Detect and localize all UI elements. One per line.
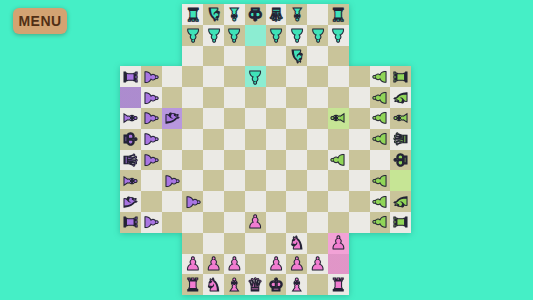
square-a10[interactable] xyxy=(120,87,141,108)
teal-pawn-piece: ♟ xyxy=(330,26,346,44)
pink-rook-piece: ♜ xyxy=(185,276,201,294)
square-l8[interactable] xyxy=(349,129,370,150)
square-j12[interactable] xyxy=(307,46,328,67)
square-d2[interactable]: ♟ xyxy=(182,254,203,275)
purple-knight-piece: ♞ xyxy=(163,110,181,126)
green-queen-piece: ♛ xyxy=(392,131,410,147)
pink-bishop-piece: ♝ xyxy=(226,276,242,294)
square-i2[interactable]: ♟ xyxy=(286,254,307,275)
square-h10[interactable] xyxy=(266,87,287,108)
square-j6[interactable] xyxy=(307,170,328,191)
square-l5[interactable] xyxy=(349,191,370,212)
square-c10[interactable] xyxy=(162,87,183,108)
board-void xyxy=(349,4,370,25)
square-m10[interactable]: ♟ xyxy=(370,87,391,108)
square-d1[interactable]: ♜ xyxy=(182,274,203,295)
board-void xyxy=(141,25,162,46)
square-e10[interactable] xyxy=(203,87,224,108)
square-k11[interactable] xyxy=(328,66,349,87)
square-h9[interactable] xyxy=(266,108,287,129)
square-l11[interactable] xyxy=(349,66,370,87)
square-n10[interactable]: ♞ xyxy=(390,87,411,108)
square-g6[interactable] xyxy=(245,170,266,191)
square-k5[interactable] xyxy=(328,191,349,212)
board-void xyxy=(390,233,411,254)
green-pawn-piece: ♟ xyxy=(371,131,389,147)
square-g7[interactable] xyxy=(245,150,266,171)
board-void xyxy=(349,274,370,295)
square-k2[interactable] xyxy=(328,254,349,275)
purple-queen-piece: ♛ xyxy=(121,152,139,168)
square-n11[interactable]: ♜ xyxy=(390,66,411,87)
board-void xyxy=(162,25,183,46)
green-rook-piece: ♜ xyxy=(392,214,410,230)
pink-pawn-piece: ♟ xyxy=(289,255,305,273)
square-l4[interactable] xyxy=(349,212,370,233)
green-pawn-piece: ♟ xyxy=(371,90,389,106)
purple-bishop-piece: ♝ xyxy=(121,173,139,189)
teal-bishop-piece: ♝ xyxy=(226,5,242,23)
teal-pawn-piece: ♟ xyxy=(185,26,201,44)
board-void xyxy=(370,254,391,275)
square-b6[interactable] xyxy=(141,170,162,191)
square-i5[interactable] xyxy=(286,191,307,212)
square-i8[interactable] xyxy=(286,129,307,150)
square-l9[interactable] xyxy=(349,108,370,129)
teal-king-piece: ♚ xyxy=(247,5,263,23)
square-a9[interactable]: ♝ xyxy=(120,108,141,129)
square-n4[interactable]: ♜ xyxy=(390,212,411,233)
square-f12[interactable] xyxy=(224,46,245,67)
board-void xyxy=(370,233,391,254)
square-k3[interactable]: ♟ xyxy=(328,233,349,254)
square-d4[interactable] xyxy=(182,212,203,233)
board-void xyxy=(120,274,141,295)
board-void xyxy=(141,254,162,275)
square-n7[interactable]: ♚ xyxy=(390,150,411,171)
board-void xyxy=(370,4,391,25)
square-g8[interactable] xyxy=(245,129,266,150)
square-h4[interactable] xyxy=(266,212,287,233)
square-d3[interactable] xyxy=(182,233,203,254)
square-l6[interactable] xyxy=(349,170,370,191)
square-k9[interactable]: ♝ xyxy=(328,108,349,129)
board-void xyxy=(141,46,162,67)
purple-bishop-piece: ♝ xyxy=(121,110,139,126)
teal-pawn-piece: ♟ xyxy=(268,26,284,44)
board-void xyxy=(120,254,141,275)
square-g9[interactable] xyxy=(245,108,266,129)
purple-knight-piece: ♞ xyxy=(121,193,139,209)
green-rook-piece: ♜ xyxy=(392,69,410,85)
square-i13[interactable]: ♟ xyxy=(286,25,307,46)
board-void xyxy=(162,233,183,254)
square-k12[interactable] xyxy=(328,46,349,67)
teal-pawn-piece: ♟ xyxy=(206,26,222,44)
board-void xyxy=(370,25,391,46)
square-c8[interactable] xyxy=(162,129,183,150)
square-f9[interactable] xyxy=(224,108,245,129)
board-void xyxy=(162,46,183,67)
square-g10[interactable] xyxy=(245,87,266,108)
square-f13[interactable]: ♟ xyxy=(224,25,245,46)
square-a5[interactable]: ♞ xyxy=(120,191,141,212)
square-c6[interactable]: ♟ xyxy=(162,170,183,191)
purple-pawn-piece: ♟ xyxy=(142,152,160,168)
square-k7[interactable]: ♟ xyxy=(328,150,349,171)
board-void xyxy=(390,4,411,25)
square-e5[interactable] xyxy=(203,191,224,212)
square-d12[interactable] xyxy=(182,46,203,67)
square-h14[interactable]: ♛ xyxy=(266,4,287,25)
square-f3[interactable] xyxy=(224,233,245,254)
teal-bishop-piece: ♝ xyxy=(289,5,305,23)
square-e6[interactable] xyxy=(203,170,224,191)
square-h13[interactable]: ♟ xyxy=(266,25,287,46)
pink-king-piece: ♚ xyxy=(268,276,284,294)
board-void xyxy=(120,25,141,46)
square-d6[interactable] xyxy=(182,170,203,191)
square-n5[interactable]: ♞ xyxy=(390,191,411,212)
board-void xyxy=(162,4,183,25)
square-f14[interactable]: ♝ xyxy=(224,4,245,25)
teal-pawn-piece: ♟ xyxy=(247,68,263,86)
pink-pawn-piece: ♟ xyxy=(310,255,326,273)
teal-pawn-piece: ♟ xyxy=(289,26,305,44)
purple-king-piece: ♚ xyxy=(121,131,139,147)
square-b8[interactable]: ♟ xyxy=(141,129,162,150)
square-h8[interactable] xyxy=(266,129,287,150)
square-h2[interactable]: ♟ xyxy=(266,254,287,275)
square-h7[interactable] xyxy=(266,150,287,171)
square-n8[interactable]: ♛ xyxy=(390,129,411,150)
square-j2[interactable]: ♟ xyxy=(307,254,328,275)
square-d8[interactable] xyxy=(182,129,203,150)
teal-queen-piece: ♛ xyxy=(268,5,284,23)
square-e11[interactable] xyxy=(203,66,224,87)
green-knight-piece: ♞ xyxy=(392,193,410,209)
menu-button[interactable]: MENU xyxy=(13,8,67,34)
square-g3[interactable] xyxy=(245,233,266,254)
square-i14[interactable]: ♝ xyxy=(286,4,307,25)
board-void xyxy=(349,46,370,67)
square-g12[interactable] xyxy=(245,46,266,67)
square-l10[interactable] xyxy=(349,87,370,108)
square-f8[interactable] xyxy=(224,129,245,150)
square-k10[interactable] xyxy=(328,87,349,108)
pink-pawn-piece: ♟ xyxy=(226,255,242,273)
board-void xyxy=(120,4,141,25)
square-d11[interactable] xyxy=(182,66,203,87)
purple-pawn-piece: ♟ xyxy=(142,90,160,106)
square-f4[interactable] xyxy=(224,212,245,233)
square-b11[interactable]: ♟ xyxy=(141,66,162,87)
square-j14[interactable] xyxy=(307,4,328,25)
purple-pawn-piece: ♟ xyxy=(184,193,202,209)
pink-pawn-piece: ♟ xyxy=(185,255,201,273)
square-m8[interactable]: ♟ xyxy=(370,129,391,150)
square-e7[interactable] xyxy=(203,150,224,171)
square-b4[interactable]: ♟ xyxy=(141,212,162,233)
square-k6[interactable] xyxy=(328,170,349,191)
square-g13[interactable] xyxy=(245,25,266,46)
square-c9[interactable]: ♞ xyxy=(162,108,183,129)
pink-queen-piece: ♛ xyxy=(247,276,263,294)
square-m9[interactable]: ♟ xyxy=(370,108,391,129)
square-i6[interactable] xyxy=(286,170,307,191)
board-void xyxy=(141,274,162,295)
square-d10[interactable] xyxy=(182,87,203,108)
square-j13[interactable]: ♟ xyxy=(307,25,328,46)
square-j9[interactable] xyxy=(307,108,328,129)
square-d9[interactable] xyxy=(182,108,203,129)
square-g5[interactable] xyxy=(245,191,266,212)
square-e13[interactable]: ♟ xyxy=(203,25,224,46)
square-m7[interactable] xyxy=(370,150,391,171)
green-pawn-piece: ♟ xyxy=(371,69,389,85)
square-j11[interactable] xyxy=(307,66,328,87)
board-void xyxy=(370,46,391,67)
square-i12[interactable]: ♞ xyxy=(286,46,307,67)
purple-pawn-piece: ♟ xyxy=(163,173,181,189)
square-b5[interactable] xyxy=(141,191,162,212)
board-void xyxy=(390,25,411,46)
square-e2[interactable]: ♟ xyxy=(203,254,224,275)
square-e14[interactable]: ♞ xyxy=(203,4,224,25)
square-g11[interactable]: ♟ xyxy=(245,66,266,87)
square-i10[interactable] xyxy=(286,87,307,108)
square-h3[interactable] xyxy=(266,233,287,254)
chess-board: ♜♞♝♚♛♝♜♟♟♟♟♟♟♟♞♜♟♟♟♜♟♟♞♝♟♞♝♟♝♚♟♟♛♛♟♟♚♝♟♟… xyxy=(120,4,411,295)
square-d7[interactable] xyxy=(182,150,203,171)
square-a8[interactable]: ♚ xyxy=(120,129,141,150)
square-k8[interactable] xyxy=(328,129,349,150)
square-g1[interactable]: ♛ xyxy=(245,274,266,295)
square-j1[interactable] xyxy=(307,274,328,295)
square-c7[interactable] xyxy=(162,150,183,171)
square-l7[interactable] xyxy=(349,150,370,171)
purple-pawn-piece: ♟ xyxy=(142,69,160,85)
square-b10[interactable]: ♟ xyxy=(141,87,162,108)
teal-pawn-piece: ♟ xyxy=(226,26,242,44)
square-i3[interactable]: ♞ xyxy=(286,233,307,254)
teal-knight-piece: ♞ xyxy=(206,5,222,23)
square-b9[interactable]: ♟ xyxy=(141,108,162,129)
purple-pawn-piece: ♟ xyxy=(142,131,160,147)
square-d14[interactable]: ♜ xyxy=(182,4,203,25)
square-n6[interactable] xyxy=(390,170,411,191)
square-a4[interactable]: ♜ xyxy=(120,212,141,233)
green-pawn-piece: ♟ xyxy=(371,214,389,230)
board-void xyxy=(162,254,183,275)
board-void xyxy=(390,254,411,275)
pink-bishop-piece: ♝ xyxy=(289,276,305,294)
board-void xyxy=(162,274,183,295)
square-j8[interactable] xyxy=(307,129,328,150)
square-k4[interactable] xyxy=(328,212,349,233)
square-d13[interactable]: ♟ xyxy=(182,25,203,46)
square-j3[interactable] xyxy=(307,233,328,254)
square-f2[interactable]: ♟ xyxy=(224,254,245,275)
square-e1[interactable]: ♞ xyxy=(203,274,224,295)
square-h6[interactable] xyxy=(266,170,287,191)
pink-pawn-piece: ♟ xyxy=(330,234,346,252)
green-king-piece: ♚ xyxy=(392,152,410,168)
board-void xyxy=(120,233,141,254)
board-void xyxy=(120,46,141,67)
square-m11[interactable]: ♟ xyxy=(370,66,391,87)
square-g2[interactable] xyxy=(245,254,266,275)
square-f6[interactable] xyxy=(224,170,245,191)
pink-pawn-piece: ♟ xyxy=(206,255,222,273)
board-void xyxy=(349,25,370,46)
square-g4[interactable]: ♟ xyxy=(245,212,266,233)
teal-knight-piece: ♞ xyxy=(289,47,305,65)
pink-pawn-piece: ♟ xyxy=(268,255,284,273)
square-h1[interactable]: ♚ xyxy=(266,274,287,295)
green-bishop-piece: ♝ xyxy=(329,110,347,126)
board-void xyxy=(141,4,162,25)
square-e4[interactable] xyxy=(203,212,224,233)
square-a7[interactable]: ♛ xyxy=(120,150,141,171)
square-i7[interactable] xyxy=(286,150,307,171)
board-void xyxy=(349,254,370,275)
purple-rook-piece: ♜ xyxy=(121,214,139,230)
square-h5[interactable] xyxy=(266,191,287,212)
square-j5[interactable] xyxy=(307,191,328,212)
square-f11[interactable] xyxy=(224,66,245,87)
square-f7[interactable] xyxy=(224,150,245,171)
square-a11[interactable]: ♜ xyxy=(120,66,141,87)
green-bishop-piece: ♝ xyxy=(392,110,410,126)
square-c4[interactable] xyxy=(162,212,183,233)
square-d5[interactable]: ♟ xyxy=(182,191,203,212)
square-c5[interactable] xyxy=(162,191,183,212)
teal-rook-piece: ♜ xyxy=(330,5,346,23)
square-f1[interactable]: ♝ xyxy=(224,274,245,295)
green-knight-piece: ♞ xyxy=(392,90,410,106)
square-i11[interactable] xyxy=(286,66,307,87)
square-h11[interactable] xyxy=(266,66,287,87)
square-f5[interactable] xyxy=(224,191,245,212)
square-m5[interactable]: ♟ xyxy=(370,191,391,212)
square-g14[interactable]: ♚ xyxy=(245,4,266,25)
square-f10[interactable] xyxy=(224,87,245,108)
square-e9[interactable] xyxy=(203,108,224,129)
pink-pawn-piece: ♟ xyxy=(247,213,263,231)
board-void xyxy=(370,274,391,295)
purple-rook-piece: ♜ xyxy=(121,69,139,85)
square-j7[interactable] xyxy=(307,150,328,171)
square-m4[interactable]: ♟ xyxy=(370,212,391,233)
square-a6[interactable]: ♝ xyxy=(120,170,141,191)
square-k1[interactable]: ♜ xyxy=(328,274,349,295)
pink-knight-piece: ♞ xyxy=(206,276,222,294)
teal-pawn-piece: ♟ xyxy=(310,26,326,44)
purple-pawn-piece: ♟ xyxy=(142,214,160,230)
board-void xyxy=(349,233,370,254)
square-h12[interactable] xyxy=(266,46,287,67)
green-pawn-piece: ♟ xyxy=(371,193,389,209)
teal-rook-piece: ♜ xyxy=(185,5,201,23)
square-e3[interactable] xyxy=(203,233,224,254)
pink-rook-piece: ♜ xyxy=(330,276,346,294)
board-void xyxy=(390,46,411,67)
square-i1[interactable]: ♝ xyxy=(286,274,307,295)
square-k14[interactable]: ♜ xyxy=(328,4,349,25)
green-pawn-piece: ♟ xyxy=(371,173,389,189)
board-void xyxy=(390,274,411,295)
purple-pawn-piece: ♟ xyxy=(142,110,160,126)
square-m6[interactable]: ♟ xyxy=(370,170,391,191)
square-j4[interactable] xyxy=(307,212,328,233)
square-i4[interactable] xyxy=(286,212,307,233)
square-e12[interactable] xyxy=(203,46,224,67)
square-i9[interactable] xyxy=(286,108,307,129)
green-pawn-piece: ♟ xyxy=(371,110,389,126)
square-e8[interactable] xyxy=(203,129,224,150)
green-pawn-piece: ♟ xyxy=(329,152,347,168)
board-void xyxy=(141,233,162,254)
square-n9[interactable]: ♝ xyxy=(390,108,411,129)
square-b7[interactable]: ♟ xyxy=(141,150,162,171)
square-k13[interactable]: ♟ xyxy=(328,25,349,46)
square-c11[interactable] xyxy=(162,66,183,87)
pink-knight-piece: ♞ xyxy=(289,234,305,252)
square-j10[interactable] xyxy=(307,87,328,108)
